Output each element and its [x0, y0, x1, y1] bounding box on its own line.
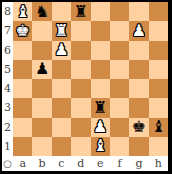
square-h3[interactable] — [149, 98, 168, 117]
square-b4[interactable] — [32, 79, 51, 98]
black-bishop-h2: ♝ — [151, 119, 165, 135]
white-bishop-a8: ♝ — [16, 4, 30, 20]
square-b3[interactable] — [32, 98, 51, 117]
square-a1[interactable] — [13, 137, 32, 156]
white-bishop-e1: ♝ — [93, 138, 107, 154]
square-f3[interactable] — [110, 98, 129, 117]
square-d5[interactable] — [71, 60, 90, 79]
rank-label-8: 8 — [2, 2, 13, 21]
square-d4[interactable] — [71, 79, 90, 98]
file-label-c: c — [52, 156, 71, 171]
square-g6[interactable] — [129, 41, 148, 60]
square-g7[interactable]: ♟ — [129, 21, 148, 40]
file-label-f: f — [110, 156, 129, 171]
rank-label-5: 5 — [2, 60, 13, 79]
square-d1[interactable] — [71, 137, 90, 156]
square-b8[interactable]: ♞ — [32, 2, 51, 21]
square-c1[interactable] — [52, 137, 71, 156]
square-e6[interactable] — [91, 41, 110, 60]
square-f2[interactable] — [110, 118, 129, 137]
square-g2[interactable]: ♚ — [129, 118, 148, 137]
black-king-g2: ♚ — [132, 119, 146, 135]
white-to-move-indicator: ○ — [3, 159, 12, 169]
square-e4[interactable] — [91, 79, 110, 98]
square-h5[interactable] — [149, 60, 168, 79]
file-labels-row: abcdefgh — [13, 156, 168, 171]
square-e1[interactable]: ♝ — [91, 137, 110, 156]
square-h6[interactable] — [149, 41, 168, 60]
rank-label-6: 6 — [2, 41, 13, 60]
file-label-g: g — [129, 156, 148, 171]
square-c7[interactable]: ♜ — [52, 21, 71, 40]
square-e2[interactable]: ♟ — [91, 118, 110, 137]
black-knight-b8: ♞ — [35, 4, 49, 20]
black-pawn-b5: ♟ — [35, 61, 49, 77]
square-h8[interactable] — [149, 2, 168, 21]
square-a6[interactable] — [13, 41, 32, 60]
diagram-inner: 87654321 ♝♞♜♚♜♟♟♟♜♟♚♝♝ ○ abcdefgh — [2, 2, 168, 171]
square-g8[interactable] — [129, 2, 148, 21]
square-g3[interactable] — [129, 98, 148, 117]
chess-board: ♝♞♜♚♜♟♟♟♜♟♚♝♝ — [13, 2, 168, 156]
black-rook-d8: ♜ — [74, 4, 88, 20]
square-h4[interactable] — [149, 79, 168, 98]
square-d7[interactable] — [71, 21, 90, 40]
white-pawn-c6: ♟ — [54, 42, 68, 58]
square-d8[interactable]: ♜ — [71, 2, 90, 21]
square-b6[interactable] — [32, 41, 51, 60]
square-e8[interactable] — [91, 2, 110, 21]
square-a4[interactable] — [13, 79, 32, 98]
rank-label-7: 7 — [2, 21, 13, 40]
square-h2[interactable]: ♝ — [149, 118, 168, 137]
square-h1[interactable] — [149, 137, 168, 156]
white-pawn-e2: ♟ — [93, 119, 107, 135]
file-label-a: a — [13, 156, 32, 171]
square-f6[interactable] — [110, 41, 129, 60]
square-a5[interactable] — [13, 60, 32, 79]
square-a7[interactable]: ♚ — [13, 21, 32, 40]
square-c6[interactable]: ♟ — [52, 41, 71, 60]
square-c4[interactable] — [52, 79, 71, 98]
square-b2[interactable] — [32, 118, 51, 137]
square-b1[interactable] — [32, 137, 51, 156]
square-f5[interactable] — [110, 60, 129, 79]
square-g1[interactable] — [129, 137, 148, 156]
square-e7[interactable] — [91, 21, 110, 40]
file-label-d: d — [71, 156, 90, 171]
white-rook-c7: ♜ — [54, 23, 68, 39]
square-g5[interactable] — [129, 60, 148, 79]
rank-labels-column: 87654321 — [2, 2, 13, 156]
square-b5[interactable]: ♟ — [32, 60, 51, 79]
square-a2[interactable] — [13, 118, 32, 137]
square-h7[interactable] — [149, 21, 168, 40]
rank-label-1: 1 — [2, 137, 13, 156]
square-c5[interactable] — [52, 60, 71, 79]
square-c3[interactable] — [52, 98, 71, 117]
square-a8[interactable]: ♝ — [13, 2, 32, 21]
square-f7[interactable] — [110, 21, 129, 40]
square-c2[interactable] — [52, 118, 71, 137]
rank-label-2: 2 — [2, 118, 13, 137]
square-f4[interactable] — [110, 79, 129, 98]
file-label-b: b — [32, 156, 51, 171]
file-label-h: h — [149, 156, 168, 171]
square-f1[interactable] — [110, 137, 129, 156]
square-c8[interactable] — [52, 2, 71, 21]
rank-label-4: 4 — [2, 79, 13, 98]
rank-label-3: 3 — [2, 98, 13, 117]
white-pawn-g7: ♟ — [132, 23, 146, 39]
square-e3[interactable]: ♜ — [91, 98, 110, 117]
square-d2[interactable] — [71, 118, 90, 137]
square-f8[interactable] — [110, 2, 129, 21]
square-d3[interactable] — [71, 98, 90, 117]
black-rook-e3: ♜ — [93, 100, 107, 116]
file-label-e: e — [91, 156, 110, 171]
square-d6[interactable] — [71, 41, 90, 60]
chess-diagram-frame: 87654321 ♝♞♜♚♜♟♟♟♜♟♚♝♝ ○ abcdefgh — [0, 0, 172, 174]
square-a3[interactable] — [13, 98, 32, 117]
square-b7[interactable] — [32, 21, 51, 40]
corner-cell: ○ — [2, 156, 13, 171]
square-g4[interactable] — [129, 79, 148, 98]
square-e5[interactable] — [91, 60, 110, 79]
white-king-a7: ♚ — [16, 23, 30, 39]
